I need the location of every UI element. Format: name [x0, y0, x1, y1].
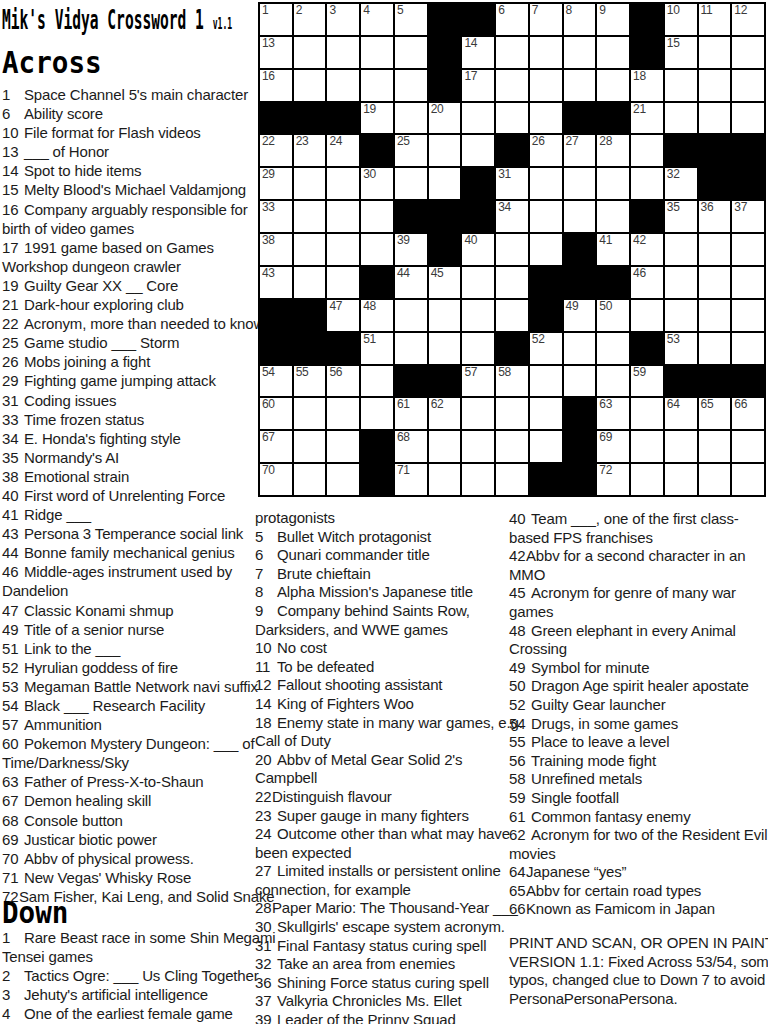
- grid-cell-r15c11[interactable]: 72: [597, 464, 629, 495]
- clue-line: 54Drugs, in some games: [509, 715, 768, 734]
- grid-cell-r15c9: [530, 464, 562, 495]
- grid-cell-r6c3[interactable]: [327, 168, 359, 199]
- cell-number: 27: [566, 135, 579, 148]
- clue-number: 11: [255, 658, 277, 677]
- clue-number: 45: [509, 584, 531, 603]
- grid-cell-r14c2[interactable]: [294, 431, 326, 462]
- clue-line: based FPS franchises: [509, 529, 768, 548]
- grid-cell-r3c15[interactable]: [732, 70, 764, 101]
- clue-number: 31: [2, 391, 24, 410]
- grid-cell-r14c15[interactable]: [732, 431, 764, 462]
- grid-cell-r6c11[interactable]: [597, 168, 629, 199]
- grid-cell-r13c11[interactable]: 63: [597, 398, 629, 429]
- grid-cell-r13c13[interactable]: 64: [665, 398, 697, 429]
- grid-cell-r11c11[interactable]: [597, 333, 629, 364]
- grid-cell-r7c11[interactable]: [597, 201, 629, 232]
- grid-cell-r11c9[interactable]: 52: [530, 333, 562, 364]
- grid-cell-r13c3[interactable]: [327, 398, 359, 429]
- clue-number: 62: [509, 826, 531, 845]
- grid-cell-r15c13[interactable]: [665, 464, 697, 495]
- grid-cell-r6c2[interactable]: [294, 168, 326, 199]
- grid-cell-r15c14[interactable]: [699, 464, 731, 495]
- grid-cell-r7c3[interactable]: [327, 201, 359, 232]
- grid-cell-r3c14[interactable]: [699, 70, 731, 101]
- cell-number: 70: [262, 464, 275, 477]
- clue-number: 49: [2, 620, 24, 639]
- grid-cell-r12c10[interactable]: [564, 366, 596, 397]
- grid-cell-r9c2[interactable]: [294, 267, 326, 298]
- clue-number: 54: [2, 696, 24, 715]
- grid-cell-r12c15: [732, 366, 764, 397]
- cell-number: 45: [431, 267, 444, 280]
- grid-cell-r10c4[interactable]: 48: [361, 300, 393, 331]
- grid-cell-r14c7[interactable]: [462, 431, 494, 462]
- clue-number: 26: [2, 352, 24, 371]
- grid-cell-r9c5[interactable]: 44: [395, 267, 427, 298]
- grid-cell-r3c13[interactable]: [665, 70, 697, 101]
- grid-cell-r8c15[interactable]: [732, 234, 764, 265]
- grid-cell-r6c5[interactable]: [395, 168, 427, 199]
- cell-number: 72: [599, 464, 612, 477]
- clue-number: 30: [255, 918, 277, 937]
- clue-line: 53Megaman Battle Network navi suffix: [2, 677, 258, 696]
- grid-cell-r15c2[interactable]: [294, 464, 326, 495]
- cell-number: 48: [363, 300, 376, 313]
- grid-cell-r4c13[interactable]: [665, 103, 697, 134]
- title-version: v1.1: [213, 15, 233, 33]
- grid-cell-r5c7[interactable]: [462, 135, 494, 166]
- grid-cell-r3c8[interactable]: [496, 70, 528, 101]
- cell-number: 21: [633, 103, 646, 116]
- clue-line: 39Leader of the Prinny Squad: [255, 1011, 511, 1024]
- grid-cell-r8c10: [564, 234, 596, 265]
- grid-cell-r6c9[interactable]: [530, 168, 562, 199]
- grid-cell-r5c6[interactable]: [429, 135, 461, 166]
- grid-cell-r14c14[interactable]: [699, 431, 731, 462]
- grid-cell-r1c12: [631, 4, 663, 35]
- grid-cell-r15c7[interactable]: [462, 464, 494, 495]
- clue-number: 52: [2, 658, 24, 677]
- grid-cell-r11c5[interactable]: [395, 333, 427, 364]
- grid-cell-r12c8[interactable]: 58: [496, 366, 528, 397]
- clue-line: 48Green elephant in every Animal: [509, 622, 768, 641]
- grid-cell-r4c15[interactable]: [732, 103, 764, 134]
- grid-cell-r15c1[interactable]: 70: [260, 464, 292, 495]
- grid-cell-r12c11[interactable]: [597, 366, 629, 397]
- grid-cell-r13c2[interactable]: [294, 398, 326, 429]
- clue-line: 42Abbv for a second character in an: [509, 547, 768, 566]
- clue-number: 6: [255, 546, 277, 565]
- clue-number: 4: [2, 1004, 24, 1023]
- cell-number: 65: [701, 398, 714, 411]
- grid-cell-r1c14[interactable]: 11: [699, 4, 731, 35]
- clue-line: Call of Duty: [255, 732, 511, 751]
- clue-line: 10No cost: [255, 639, 511, 658]
- cell-number: 66: [734, 398, 747, 411]
- grid-cell-r9c13[interactable]: [665, 267, 697, 298]
- grid-cell-r13c7[interactable]: [462, 398, 494, 429]
- grid-cell-r6c6[interactable]: [429, 168, 461, 199]
- clue-number: 68: [2, 811, 24, 830]
- cell-number: 9: [599, 4, 605, 17]
- grid-cell-r4c12[interactable]: 21: [631, 103, 663, 134]
- grid-cell-r7c13[interactable]: 35: [665, 201, 697, 232]
- grid-cell-r8c5[interactable]: 39: [395, 234, 427, 265]
- grid-cell-r3c3[interactable]: [327, 70, 359, 101]
- footer-line: PersonaPersonaPersona.: [509, 990, 768, 1009]
- grid-cell-r7c2[interactable]: [294, 201, 326, 232]
- clue-number: 65: [509, 882, 526, 901]
- clue-line: 32Take an area from enemies: [255, 955, 511, 974]
- grid-cell-r1c15[interactable]: 12: [732, 4, 764, 35]
- grid-cell-r5c11[interactable]: 28: [597, 135, 629, 166]
- clue-line: 24Outcome other than what may have: [255, 825, 511, 844]
- grid-cell-r4c4[interactable]: 19: [361, 103, 393, 134]
- grid-cell-r6c12[interactable]: [631, 168, 663, 199]
- cell-number: 7: [532, 4, 538, 17]
- clue-line: 57Ammunition: [2, 715, 258, 734]
- grid-cell-r7c10[interactable]: [564, 201, 596, 232]
- grid-cell-r5c10[interactable]: 27: [564, 135, 596, 166]
- clue-line: 3Jehuty's artificial intelligence: [2, 985, 258, 1004]
- grid-cell-r9c14[interactable]: [699, 267, 731, 298]
- grid-cell-r9c15[interactable]: [732, 267, 764, 298]
- grid-cell-r2c13[interactable]: 15: [665, 37, 697, 68]
- cell-number: 22: [262, 135, 275, 148]
- grid-cell-r9c3[interactable]: [327, 267, 359, 298]
- grid-cell-r1c3[interactable]: 3: [327, 4, 359, 35]
- grid-cell-r2c5[interactable]: [395, 37, 427, 68]
- cell-number: 36: [701, 201, 714, 214]
- grid-cell-r7c9[interactable]: [530, 201, 562, 232]
- grid-cell-r2c4[interactable]: [361, 37, 393, 68]
- grid-cell-r3c9[interactable]: [530, 70, 562, 101]
- clue-number: 50: [509, 677, 531, 696]
- grid-cell-r1c13[interactable]: 10: [665, 4, 697, 35]
- cell-number: 14: [464, 37, 477, 50]
- clue-line: 21Dark-hour exploring club: [2, 295, 258, 314]
- grid-cell-r6c1[interactable]: 29: [260, 168, 292, 199]
- grid-cell-r15c10: [564, 464, 596, 495]
- grid-cell-r14c11[interactable]: 69: [597, 431, 629, 462]
- cell-number: 62: [431, 398, 444, 411]
- grid-cell-r10c11[interactable]: 50: [597, 300, 629, 331]
- grid-cell-r13c4[interactable]: [361, 398, 393, 429]
- grid-cell-r12c3[interactable]: 56: [327, 366, 359, 397]
- grid-cell-r9c7[interactable]: [462, 267, 494, 298]
- grid-cell-r2c15[interactable]: [732, 37, 764, 68]
- clue-line: 69Justicar biotic power: [2, 830, 258, 849]
- grid-cell-r10c5[interactable]: [395, 300, 427, 331]
- clue-number: 58: [509, 770, 531, 789]
- clue-number: 35: [2, 448, 24, 467]
- grid-cell-r7c15[interactable]: 37: [732, 201, 764, 232]
- grid-cell-r13c8[interactable]: [496, 398, 528, 429]
- grid-cell-r1c1[interactable]: 1: [260, 4, 292, 35]
- grid-cell-r11c15[interactable]: [732, 333, 764, 364]
- grid-cell-r3c12[interactable]: 18: [631, 70, 663, 101]
- grid-cell-r2c10[interactable]: [564, 37, 596, 68]
- grid-cell-r13c6[interactable]: 62: [429, 398, 461, 429]
- grid-cell-r14c13[interactable]: [665, 431, 697, 462]
- grid-cell-r9c8[interactable]: [496, 267, 528, 298]
- clue-number: 52: [509, 696, 531, 715]
- grid-cell-r15c6[interactable]: [429, 464, 461, 495]
- grid-cell-r14c5[interactable]: 68: [395, 431, 427, 462]
- grid-cell-r7c14[interactable]: 36: [699, 201, 731, 232]
- clue-line: 56Training mode fight: [509, 752, 768, 771]
- clue-number: 28: [255, 899, 272, 918]
- grid-cell-r11c3: [327, 333, 359, 364]
- grid-cell-r12c1[interactable]: 54: [260, 366, 292, 397]
- grid-cell-r3c10[interactable]: [564, 70, 596, 101]
- grid-cell-r3c7[interactable]: 17: [462, 70, 494, 101]
- grid-cell-r4c6[interactable]: 20: [429, 103, 461, 134]
- clue-line: 33Time frozen status: [2, 410, 258, 429]
- grid-cell-r4c2: [294, 103, 326, 134]
- grid-cell-r11c10[interactable]: [564, 333, 596, 364]
- clue-line: 8Alpha Mission's Japanese title: [255, 583, 511, 602]
- grid-cell-r6c14: [699, 168, 731, 199]
- clue-line: 19Guilty Gear XX __ Core: [2, 276, 258, 295]
- grid-cell-r2c3[interactable]: [327, 37, 359, 68]
- cell-number: 33: [262, 201, 275, 214]
- grid-cell-r14c6[interactable]: [429, 431, 461, 462]
- grid-cell-r11c12: [631, 333, 663, 364]
- grid-cell-r11c6[interactable]: [429, 333, 461, 364]
- grid-cell-r10c3[interactable]: 47: [327, 300, 359, 331]
- grid-cell-r9c12[interactable]: 46: [631, 267, 663, 298]
- clue-line: 11To be defeated: [255, 658, 511, 677]
- grid-cell-r8c11[interactable]: 41: [597, 234, 629, 265]
- clue-number: 13: [2, 142, 24, 161]
- cell-number: 63: [599, 398, 612, 411]
- grid-cell-r11c1: [260, 333, 292, 364]
- clue-line: 55Place to leave a level: [509, 733, 768, 752]
- grid-cell-r6c10[interactable]: [564, 168, 596, 199]
- grid-cell-r15c5[interactable]: 71: [395, 464, 427, 495]
- grid-cell-r3c1[interactable]: 16: [260, 70, 292, 101]
- grid-cell-r5c5[interactable]: 25: [395, 135, 427, 166]
- grid-cell-r5c9[interactable]: 26: [530, 135, 562, 166]
- grid-cell-r15c3[interactable]: [327, 464, 359, 495]
- grid-cell-r9c1[interactable]: 43: [260, 267, 292, 298]
- grid-cell-r1c9[interactable]: 7: [530, 4, 562, 35]
- grid-cell-r11c13[interactable]: 53: [665, 333, 697, 364]
- grid-cell-r5c12[interactable]: [631, 135, 663, 166]
- grid-cell-r13c15[interactable]: 66: [732, 398, 764, 429]
- clue-line: 7Brute chieftain: [255, 565, 511, 584]
- grid-cell-r10c6[interactable]: [429, 300, 461, 331]
- clue-line: 1Rare Beast race in some Shin Megami: [2, 928, 258, 947]
- grid-cell-r13c9[interactable]: [530, 398, 562, 429]
- down-clues-col3: 40Team ___, one of the first class-based…: [509, 510, 768, 919]
- grid-cell-r3c6: [429, 70, 461, 101]
- clue-line: 171991 game based on Games: [2, 238, 258, 257]
- grid-cell-r4c9[interactable]: [530, 103, 562, 134]
- clue-number: 48: [509, 622, 531, 641]
- grid-cell-r13c10: [564, 398, 596, 429]
- clue-line: 52Guilty Gear launcher: [509, 696, 768, 715]
- grid-cell-r10c12[interactable]: [631, 300, 663, 331]
- clue-line: 65Abbv for certain road types: [509, 882, 768, 901]
- cell-number: 67: [262, 431, 275, 444]
- grid-cell-r13c1[interactable]: 60: [260, 398, 292, 429]
- grid-cell-r3c4[interactable]: [361, 70, 393, 101]
- cell-number: 44: [397, 267, 410, 280]
- cell-number: 24: [329, 135, 342, 148]
- clue-line: been expected: [255, 844, 511, 863]
- grid-cell-r1c8[interactable]: 6: [496, 4, 528, 35]
- grid-cell-r15c15[interactable]: [732, 464, 764, 495]
- grid-cell-r8c7[interactable]: 40: [462, 234, 494, 265]
- clue-line: 50Dragon Age spirit healer apostate: [509, 677, 768, 696]
- grid-cell-r7c7: [462, 201, 494, 232]
- grid-cell-r14c12[interactable]: [631, 431, 663, 462]
- clue-line: 25Game studio ___ Storm: [2, 333, 258, 352]
- grid-cell-r10c7[interactable]: [462, 300, 494, 331]
- grid-cell-r14c9[interactable]: [530, 431, 562, 462]
- grid-cell-r8c2[interactable]: [294, 234, 326, 265]
- clue-number: 24: [255, 825, 277, 844]
- grid-cell-r9c11: [597, 267, 629, 298]
- grid-cell-r8c12[interactable]: 42: [631, 234, 663, 265]
- cell-number: 34: [498, 201, 511, 214]
- cell-number: 58: [498, 366, 511, 379]
- grid-cell-r1c10[interactable]: 8: [564, 4, 596, 35]
- grid-cell-r12c14: [699, 366, 731, 397]
- grid-cell-r3c5[interactable]: [395, 70, 427, 101]
- grid-cell-r8c3[interactable]: [327, 234, 359, 265]
- grid-cell-r10c15[interactable]: [732, 300, 764, 331]
- grid-cell-r1c11[interactable]: 9: [597, 4, 629, 35]
- grid-cell-r8c8[interactable]: [496, 234, 528, 265]
- clue-line: Time/Darkness/Sky: [2, 753, 258, 772]
- grid-cell-r3c11[interactable]: [597, 70, 629, 101]
- grid-cell-r2c14[interactable]: [699, 37, 731, 68]
- clue-line: 58Unrefined metals: [509, 770, 768, 789]
- clue-line: 63Father of Press-X-to-Shaun: [2, 772, 258, 791]
- grid-cell-r13c12[interactable]: [631, 398, 663, 429]
- grid-cell-r7c1[interactable]: 33: [260, 201, 292, 232]
- grid-cell-r10c8[interactable]: [496, 300, 528, 331]
- grid-cell-r12c9[interactable]: [530, 366, 562, 397]
- grid-cell-r2c11[interactable]: [597, 37, 629, 68]
- grid-cell-r2c2[interactable]: [294, 37, 326, 68]
- grid-cell-r12c12[interactable]: 59: [631, 366, 663, 397]
- grid-cell-r10c14[interactable]: [699, 300, 731, 331]
- grid-cell-r4c8[interactable]: [496, 103, 528, 134]
- grid-cell-r12c2[interactable]: 55: [294, 366, 326, 397]
- grid-cell-r8c13[interactable]: [665, 234, 697, 265]
- grid-cell-r7c4[interactable]: [361, 201, 393, 232]
- grid-cell-r12c4[interactable]: [361, 366, 393, 397]
- grid-cell-r4c5[interactable]: [395, 103, 427, 134]
- grid-cell-r8c1[interactable]: 38: [260, 234, 292, 265]
- grid-cell-r11c4[interactable]: 51: [361, 333, 393, 364]
- clue-line: 30Skullgirls' escape system acronym.: [255, 918, 511, 937]
- grid-cell-r2c8[interactable]: [496, 37, 528, 68]
- clue-number: 17: [2, 238, 24, 257]
- grid-cell-r10c13[interactable]: [665, 300, 697, 331]
- clue-number: 61: [509, 808, 531, 827]
- clue-line: movies: [509, 845, 768, 864]
- cell-number: 15: [667, 37, 680, 50]
- grid-cell-r2c9[interactable]: [530, 37, 562, 68]
- grid-cell-r8c6: [429, 234, 461, 265]
- grid-cell-r6c13[interactable]: 32: [665, 168, 697, 199]
- grid-cell-r11c14[interactable]: [699, 333, 731, 364]
- clue-number: 10: [255, 639, 277, 658]
- grid-cell-r13c14[interactable]: 65: [699, 398, 731, 429]
- grid-cell-r7c8[interactable]: 34: [496, 201, 528, 232]
- cell-number: 40: [464, 234, 477, 247]
- grid-cell-r15c8[interactable]: [496, 464, 528, 495]
- grid-cell-r9c6[interactable]: 45: [429, 267, 461, 298]
- grid-cell-r15c12[interactable]: [631, 464, 663, 495]
- cell-number: 6: [498, 4, 504, 17]
- grid-cell-r8c14[interactable]: [699, 234, 731, 265]
- grid-cell-r3c2[interactable]: [294, 70, 326, 101]
- grid-cell-r10c1: [260, 300, 292, 331]
- grid-cell-r6c8[interactable]: 31: [496, 168, 528, 199]
- cell-number: 59: [633, 366, 646, 379]
- grid-cell-r2c7[interactable]: 14: [462, 37, 494, 68]
- grid-cell-r8c9[interactable]: [530, 234, 562, 265]
- grid-cell-r6c4[interactable]: 30: [361, 168, 393, 199]
- grid-cell-r1c5[interactable]: 5: [395, 4, 427, 35]
- cell-number: 30: [363, 168, 376, 181]
- grid-cell-r2c1[interactable]: 13: [260, 37, 292, 68]
- clue-number: 43: [2, 524, 24, 543]
- grid-cell-r11c7[interactable]: [462, 333, 494, 364]
- cell-number: 26: [532, 135, 545, 148]
- clue-line: Workshop dungeon crawler: [2, 257, 258, 276]
- clue-line: 31Final Fantasy status curing spell: [255, 937, 511, 956]
- grid-cell-r5c8: [496, 135, 528, 166]
- clue-number: 40: [509, 510, 531, 529]
- clue-line: 49Symbol for minute: [509, 659, 768, 678]
- grid-cell-r4c14[interactable]: [699, 103, 731, 134]
- grid-cell-r14c8[interactable]: [496, 431, 528, 462]
- clue-line: Campbell: [255, 769, 511, 788]
- grid-cell-r5c3[interactable]: 24: [327, 135, 359, 166]
- grid-cell-r14c3[interactable]: [327, 431, 359, 462]
- clue-line: 59Single footfall: [509, 789, 768, 808]
- clue-number: 14: [2, 161, 24, 180]
- grid-cell-r15c4: [361, 464, 393, 495]
- grid-cell-r13c5[interactable]: 61: [395, 398, 427, 429]
- grid-cell-r7c12: [631, 201, 663, 232]
- grid-cell-r4c7[interactable]: [462, 103, 494, 134]
- grid-cell-r8c4[interactable]: [361, 234, 393, 265]
- grid-cell-r14c1[interactable]: 67: [260, 431, 292, 462]
- crossword-grid: 1234567891011121314151617181920212223242…: [258, 2, 766, 497]
- down-clues-col2: protagonists5Bullet Witch protagonist6Qu…: [255, 509, 511, 1024]
- grid-cell-r5c1[interactable]: 22: [260, 135, 292, 166]
- grid-cell-r10c9: [530, 300, 562, 331]
- clue-line: 44Bonne family mechanical genius: [2, 543, 258, 562]
- grid-cell-r1c4[interactable]: 4: [361, 4, 393, 35]
- clue-line: 52Hyrulian goddess of fire: [2, 658, 258, 677]
- clue-line: MMO: [509, 566, 768, 585]
- clue-number: 71: [2, 868, 24, 887]
- clue-number: 6: [2, 104, 24, 123]
- grid-cell-r12c7[interactable]: 57: [462, 366, 494, 397]
- grid-cell-r10c10[interactable]: 49: [564, 300, 596, 331]
- grid-cell-r1c2[interactable]: 2: [294, 4, 326, 35]
- grid-cell-r5c2[interactable]: 23: [294, 135, 326, 166]
